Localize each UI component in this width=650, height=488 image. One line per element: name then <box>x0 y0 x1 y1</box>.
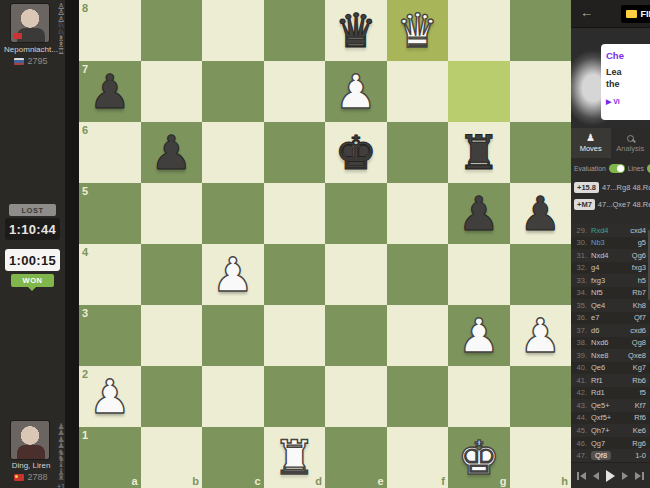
white-move[interactable]: Qe6 <box>591 363 605 372</box>
black-move[interactable]: Rb6 <box>632 376 646 385</box>
black-move[interactable]: Kh8 <box>633 301 646 310</box>
square-c4[interactable]: ♟ <box>202 244 264 305</box>
move-row: 33.fxg3h5 <box>571 274 650 287</box>
move-number: 45. <box>574 426 587 435</box>
jump-to-end-button[interactable] <box>635 472 644 480</box>
top-player-rating: 2795 <box>0 56 62 66</box>
rank-label-2: 2 <box>82 368 88 380</box>
lines-toggle-label: Lines <box>628 165 644 172</box>
square-c5[interactable] <box>202 183 264 244</box>
square-e2[interactable] <box>325 366 387 427</box>
square-h2[interactable] <box>510 366 572 427</box>
square-b1[interactable]: b <box>141 427 203 488</box>
square-h6[interactable] <box>510 122 572 183</box>
black-pawn-h5[interactable]: ♟ <box>519 190 561 237</box>
square-c8[interactable] <box>202 0 264 61</box>
analysis-sidebar: ← FIDE Che Lea the ▶ Vi ♟ Moves Analysis <box>571 0 650 488</box>
white-move[interactable]: Qg7 <box>591 439 605 448</box>
square-h5[interactable]: ♟ <box>510 183 572 244</box>
move-number: 34. <box>574 288 587 297</box>
square-f3[interactable] <box>387 305 449 366</box>
move-number: 29. <box>574 226 587 235</box>
white-move[interactable]: Rxd4 <box>591 226 609 235</box>
move-row: 39.Nxe8Qxe8 <box>571 349 650 362</box>
square-g3[interactable]: ♟ <box>448 305 510 366</box>
move-row: 38.Nxd6Qg8 <box>571 337 650 350</box>
move-row: 35.Qe4Kh8 <box>571 299 650 312</box>
bottom-player-clock: 1:00:15 <box>5 249 60 271</box>
black-move[interactable]: Rg6 <box>632 439 646 448</box>
square-f1[interactable]: f <box>387 427 449 488</box>
white-pawn-e7[interactable]: ♟ <box>335 68 377 115</box>
white-move[interactable]: e7 <box>591 313 599 322</box>
magnifier-icon <box>627 135 634 142</box>
square-e3[interactable] <box>325 305 387 366</box>
white-move[interactable]: Qe4 <box>591 301 605 310</box>
square-a7[interactable]: 7♟ <box>79 61 141 122</box>
captured-piece-icon: ♖ <box>57 49 64 55</box>
move-row: 44.Qxf5+Rf6 <box>571 412 650 425</box>
white-move[interactable]: g4 <box>591 263 599 272</box>
square-h4[interactable] <box>510 244 572 305</box>
players-panel: Nepomniacht... 2795 ♙♙♙♘♘♗♗♖ LOST 1:10:4… <box>0 0 65 488</box>
black-move[interactable]: Qxe8 <box>628 351 646 360</box>
result-badge-lost: LOST <box>9 204 56 216</box>
square-a4[interactable]: 4 <box>79 244 141 305</box>
square-h7[interactable] <box>510 61 572 122</box>
file-label-f: f <box>441 475 445 487</box>
square-g4[interactable] <box>448 244 510 305</box>
square-h1[interactable]: h <box>510 427 572 488</box>
black-pawn-g5[interactable]: ♟ <box>458 190 500 237</box>
back-arrow-icon[interactable]: ← <box>580 5 593 20</box>
rank-label-6: 6 <box>82 124 88 136</box>
bottom-player-rating: 2788 <box>0 472 62 482</box>
black-move[interactable]: h5 <box>638 276 646 285</box>
evaluation-toggle-label: Evaluation <box>574 165 606 172</box>
black-move[interactable]: Kg7 <box>633 363 646 372</box>
avatar-top-player <box>10 3 50 43</box>
move-row: 36.e7Qf7 <box>571 312 650 325</box>
move-row: 45.Qh7+Ke6 <box>571 424 650 437</box>
file-label-b: b <box>192 475 199 487</box>
move-number: 35. <box>574 301 587 310</box>
move-row: 34.Nf5Rb7 <box>571 287 650 300</box>
eval-line-1: 47...Rg8 48.Rd8 Q <box>602 183 650 192</box>
square-c7[interactable] <box>202 61 264 122</box>
fide-logo-text: FIDE <box>640 9 650 19</box>
previous-move-button[interactable] <box>593 472 599 480</box>
square-a3[interactable]: 3 <box>79 305 141 366</box>
rank-label-8: 8 <box>82 2 88 14</box>
white-pawn-g3[interactable]: ♟ <box>458 312 500 359</box>
square-g2[interactable] <box>448 366 510 427</box>
square-b2[interactable] <box>141 366 203 427</box>
sidebar-tabs: ♟ Moves Analysis <box>571 128 650 158</box>
square-a5[interactable]: 5 <box>79 183 141 244</box>
black-move[interactable]: 1-0 <box>635 451 646 460</box>
white-king-g1[interactable]: ♚ <box>458 434 500 481</box>
square-f2[interactable] <box>387 366 449 427</box>
square-b6[interactable]: ♟ <box>141 122 203 183</box>
result-badge-won: WON <box>11 274 54 287</box>
captured-piece-icon: ♜ <box>57 475 64 481</box>
sidebar-header: ← FIDE <box>571 0 650 28</box>
captured-pieces-bottom: ♟♟♟♟♞♞♝♝♜+1 <box>56 424 66 488</box>
square-h8[interactable] <box>510 0 572 61</box>
play-button[interactable] <box>606 470 615 482</box>
white-rook-d1[interactable]: ♜ <box>273 434 315 481</box>
black-move[interactable]: Kf7 <box>635 401 646 410</box>
rank-label-5: 5 <box>82 185 88 197</box>
move-row: 40.Qe6Kg7 <box>571 362 650 375</box>
move-row: 31.Nxd4Qg6 <box>571 249 650 262</box>
file-label-d: d <box>315 475 322 487</box>
square-b4[interactable] <box>141 244 203 305</box>
move-number: 43. <box>574 401 587 410</box>
square-g5[interactable]: ♟ <box>448 183 510 244</box>
chess-app: Nepomniacht... 2795 ♙♙♙♘♘♗♗♖ LOST 1:10:4… <box>0 0 650 488</box>
square-g7[interactable] <box>448 61 510 122</box>
square-f7[interactable] <box>387 61 449 122</box>
promo-line2: the <box>606 79 650 91</box>
black-move[interactable]: cxd6 <box>630 326 646 335</box>
move-number: 40. <box>574 363 587 372</box>
white-queen-f8[interactable]: ♛ <box>396 7 438 54</box>
move-number: 36. <box>574 313 587 322</box>
white-pawn-a2[interactable]: ♟ <box>89 373 131 420</box>
move-number: 37. <box>574 326 587 335</box>
move-row: 47.Qf81-0 <box>571 449 650 462</box>
black-pawn-b6[interactable]: ♟ <box>150 129 192 176</box>
jump-to-start-button[interactable] <box>577 472 586 480</box>
white-move[interactable]: fxg3 <box>591 276 605 285</box>
square-h3[interactable]: ♟ <box>510 305 572 366</box>
move-number: 31. <box>574 251 587 260</box>
bottom-player-rating-value: 2788 <box>27 472 47 482</box>
eval-badge-1: +15.8 <box>574 182 599 193</box>
square-e4[interactable] <box>325 244 387 305</box>
engine-line-2[interactable]: +M7 47...Qxe7 48.Re1+ <box>571 196 650 213</box>
black-move[interactable]: Rb7 <box>632 288 646 297</box>
square-b5[interactable] <box>141 183 203 244</box>
square-b7[interactable] <box>141 61 203 122</box>
square-g8[interactable] <box>448 0 510 61</box>
white-move[interactable]: Qh7+ <box>591 426 610 435</box>
evaluation-toggle[interactable] <box>609 164 625 173</box>
square-e8[interactable]: ♛ <box>325 0 387 61</box>
square-d1[interactable]: d♜ <box>264 427 326 488</box>
square-d3[interactable] <box>264 305 326 366</box>
square-e7[interactable]: ♟ <box>325 61 387 122</box>
square-d2[interactable] <box>264 366 326 427</box>
file-label-a: a <box>131 475 137 487</box>
material-advantage: +1 <box>57 484 65 488</box>
engine-line-1[interactable]: +15.8 47...Rg8 48.Rd8 Q <box>571 179 650 196</box>
black-king-e6[interactable]: ♚ <box>335 129 377 176</box>
promo-card: Che Lea the ▶ Vi <box>601 44 650 120</box>
square-e5[interactable] <box>325 183 387 244</box>
next-move-button[interactable] <box>622 472 628 480</box>
white-move[interactable]: d6 <box>591 326 599 335</box>
square-c3[interactable] <box>202 305 264 366</box>
move-list[interactable]: 29.Rxd4cxd430.Nb3g531.Nxd4Qg632.g4fxg333… <box>571 224 650 462</box>
move-navigation <box>571 462 650 488</box>
move-row: 41.Rf1Rb6 <box>571 374 650 387</box>
eval-badge-2: +M7 <box>574 199 595 210</box>
rank-label-1: 1 <box>82 429 88 441</box>
black-move[interactable]: fxg3 <box>632 263 646 272</box>
move-number: 46. <box>574 439 587 448</box>
black-move[interactable]: Ke6 <box>633 426 646 435</box>
analysis-toggles: Evaluation Lines <box>571 158 650 178</box>
black-move[interactable]: f5 <box>640 388 646 397</box>
fide-logo-badge-icon <box>626 10 637 18</box>
white-move[interactable]: Qf8 <box>591 451 611 460</box>
chess-board[interactable]: 8♛♛7♟♟6♟♚♜5♟♟4♟3♟♟2♟1abcd♜efg♚h <box>79 0 571 488</box>
black-move[interactable]: Qf7 <box>634 313 646 322</box>
move-number: 47. <box>574 451 587 460</box>
move-row: 32.g4fxg3 <box>571 262 650 275</box>
black-move[interactable]: Rf6 <box>634 413 646 422</box>
square-f4[interactable] <box>387 244 449 305</box>
black-pawn-a7[interactable]: ♟ <box>89 68 131 115</box>
square-c1[interactable]: c <box>202 427 264 488</box>
file-label-g: g <box>500 475 507 487</box>
file-label-h: h <box>561 475 568 487</box>
move-row: 46.Qg7Rg6 <box>571 437 650 450</box>
white-move[interactable]: Qxf5+ <box>591 413 611 422</box>
square-d6[interactable] <box>264 122 326 183</box>
flag-icon-bottom <box>14 474 24 481</box>
move-row: 43.Qe5+Kf7 <box>571 399 650 412</box>
white-move[interactable]: Rf1 <box>591 376 603 385</box>
avatar-bottom-player <box>10 420 50 460</box>
square-b8[interactable] <box>141 0 203 61</box>
square-g1[interactable]: g♚ <box>448 427 510 488</box>
black-move[interactable]: Qg6 <box>632 251 646 260</box>
move-number: 42. <box>574 388 587 397</box>
rank-label-7: 7 <box>82 63 88 75</box>
black-rook-g6[interactable]: ♜ <box>458 129 500 176</box>
move-row: 42.Rd1f5 <box>571 387 650 400</box>
move-number: 44. <box>574 413 587 422</box>
top-player-name[interactable]: Nepomniacht... <box>0 45 62 54</box>
captured-pieces-top: ♙♙♙♘♘♗♗♖ <box>56 4 66 55</box>
square-e1[interactable]: e <box>325 427 387 488</box>
square-f8[interactable]: ♛ <box>387 0 449 61</box>
square-d5[interactable] <box>264 183 326 244</box>
move-row: 29.Rxd4cxd4 <box>571 224 650 237</box>
panel-board-divider <box>65 0 79 488</box>
rank-label-3: 3 <box>82 307 88 319</box>
square-d7[interactable] <box>264 61 326 122</box>
square-d4[interactable] <box>264 244 326 305</box>
flag-icon-top <box>14 58 24 65</box>
promo-title: Che <box>606 50 650 61</box>
square-a1[interactable]: 1a <box>79 427 141 488</box>
file-label-e: e <box>377 475 383 487</box>
rank-label-4: 4 <box>82 246 88 258</box>
move-number: 32. <box>574 263 587 272</box>
move-number: 33. <box>574 276 587 285</box>
square-a2[interactable]: 2♟ <box>79 366 141 427</box>
black-queen-e8[interactable]: ♛ <box>335 7 377 54</box>
eval-line-2: 47...Qxe7 48.Re1+ <box>598 200 650 209</box>
move-number: 39. <box>574 351 587 360</box>
move-row: 30.Nb3g5 <box>571 237 650 250</box>
square-a8[interactable]: 8 <box>79 0 141 61</box>
white-move[interactable]: Nxd6 <box>591 338 609 347</box>
fide-logo: FIDE <box>621 5 650 23</box>
square-d8[interactable] <box>264 0 326 61</box>
video-thumbnail[interactable]: Che Lea the ▶ Vi <box>571 28 650 128</box>
white-move[interactable]: Qe5+ <box>591 401 610 410</box>
promo-watch-link[interactable]: ▶ Vi <box>606 98 650 106</box>
square-c2[interactable] <box>202 366 264 427</box>
white-move[interactable]: Rd1 <box>591 388 605 397</box>
engine-lines: +15.8 47...Rg8 48.Rd8 Q +M7 47...Qxe7 48… <box>571 179 650 213</box>
black-move[interactable]: cxd4 <box>630 226 646 235</box>
bottom-player-name[interactable]: Ding, Liren <box>0 461 62 470</box>
white-move[interactable]: Nxe8 <box>591 351 609 360</box>
tab-analysis[interactable]: Analysis <box>611 128 650 158</box>
white-move[interactable]: Nf5 <box>591 288 603 297</box>
tab-moves[interactable]: ♟ Moves <box>571 128 611 158</box>
black-move[interactable]: g5 <box>638 238 646 247</box>
move-number: 38. <box>574 338 587 347</box>
white-move[interactable]: Nxd4 <box>591 251 609 260</box>
pawn-icon: ♟ <box>586 133 595 143</box>
file-label-c: c <box>254 475 260 487</box>
white-pawn-c4[interactable]: ♟ <box>212 251 254 298</box>
square-e6[interactable]: ♚ <box>325 122 387 183</box>
move-row: 37.d6cxd6 <box>571 324 650 337</box>
white-move[interactable]: Nb3 <box>591 238 605 247</box>
square-f5[interactable] <box>387 183 449 244</box>
move-number: 30. <box>574 238 587 247</box>
black-move[interactable]: Qg8 <box>632 338 646 347</box>
top-player-clock: 1:10:44 <box>5 218 60 240</box>
white-pawn-h3[interactable]: ♟ <box>519 312 561 359</box>
square-a6[interactable]: 6 <box>79 122 141 183</box>
square-c6[interactable] <box>202 122 264 183</box>
square-g6[interactable]: ♜ <box>448 122 510 183</box>
move-number: 41. <box>574 376 587 385</box>
square-f6[interactable] <box>387 122 449 183</box>
top-player-rating-value: 2795 <box>27 56 47 66</box>
promo-line1: Lea <box>606 67 650 79</box>
square-b3[interactable] <box>141 305 203 366</box>
